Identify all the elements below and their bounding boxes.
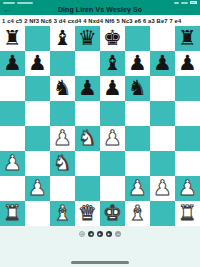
square-d7[interactable]: [75, 51, 100, 76]
white-pawn-piece: ♟: [3, 151, 22, 176]
black-knight-piece: ♞: [128, 76, 147, 101]
square-e7[interactable]: ♝: [100, 51, 125, 76]
playback-controls: ⏮◀▶▶⏭: [79, 231, 121, 237]
black-rook-piece: ♜: [178, 26, 197, 51]
square-c3[interactable]: ♞: [50, 151, 75, 176]
square-f8[interactable]: [125, 26, 150, 51]
black-pawn-piece: ♟: [3, 51, 22, 76]
battery-icon: [190, 1, 197, 4]
black-pawn-piece: ♟: [78, 76, 97, 101]
first-move-button[interactable]: ⏮: [79, 231, 85, 237]
square-b3[interactable]: [25, 151, 50, 176]
square-g5[interactable]: [150, 101, 175, 126]
square-g2[interactable]: ♟: [150, 176, 175, 201]
square-g1[interactable]: [150, 201, 175, 226]
square-e2[interactable]: [100, 176, 125, 201]
square-c4[interactable]: ♟: [50, 126, 75, 151]
white-pawn-piece: ♟: [153, 176, 172, 201]
square-d5[interactable]: [75, 101, 100, 126]
square-d8[interactable]: ♛: [75, 26, 100, 51]
status-left: [3, 2, 33, 4]
square-a2[interactable]: [0, 176, 25, 201]
chess-app-screen: ← Ding Liren Vs Wesley So 1 c4 c5 2 Nf3 …: [0, 0, 200, 267]
square-e3[interactable]: [100, 151, 125, 176]
square-b7[interactable]: ♟: [25, 51, 50, 76]
square-b6[interactable]: [25, 76, 50, 101]
battery-percent-text: [181, 2, 188, 4]
square-e4[interactable]: ♟: [100, 126, 125, 151]
square-b5[interactable]: [25, 101, 50, 126]
white-knight-piece: ♞: [53, 151, 72, 176]
square-c2[interactable]: [50, 176, 75, 201]
white-rook-piece: ♜: [178, 201, 197, 226]
home-indicator[interactable]: [71, 261, 129, 264]
black-pawn-piece: ♟: [178, 51, 197, 76]
page-title: Ding Liren Vs Wesley So: [0, 5, 200, 15]
square-g4[interactable]: [150, 126, 175, 151]
square-f3[interactable]: [125, 151, 150, 176]
square-a6[interactable]: [0, 76, 25, 101]
square-h5[interactable]: [175, 101, 200, 126]
square-c1[interactable]: ♝: [50, 201, 75, 226]
wifi-icon: [174, 2, 179, 4]
square-f7[interactable]: ♟: [125, 51, 150, 76]
square-e5[interactable]: [100, 101, 125, 126]
chess-board: ♜♝♛♚♜♟♟♝♟♟♟♞♟♟♞♟♞♟♟♞♟♟♟♟♜♝♛♚♝♜: [0, 26, 200, 226]
white-pawn-piece: ♟: [28, 176, 47, 201]
black-rook-piece: ♜: [3, 26, 22, 51]
previous-move-button[interactable]: ◀: [88, 231, 94, 237]
white-bishop-piece: ♝: [128, 201, 147, 226]
square-a4[interactable]: [0, 126, 25, 151]
square-f2[interactable]: ♟: [125, 176, 150, 201]
square-d4[interactable]: ♞: [75, 126, 100, 151]
square-a1[interactable]: ♜: [0, 201, 25, 226]
square-b1[interactable]: [25, 201, 50, 226]
square-h3[interactable]: [175, 151, 200, 176]
play-pause-button[interactable]: ▶: [97, 231, 103, 237]
next-move-button[interactable]: ▶: [106, 231, 112, 237]
square-b2[interactable]: ♟: [25, 176, 50, 201]
white-pawn-piece: ♟: [103, 126, 122, 151]
square-a3[interactable]: ♟: [0, 151, 25, 176]
white-pawn-piece: ♟: [178, 176, 197, 201]
black-king-piece: ♚: [103, 26, 122, 51]
black-queen-piece: ♛: [78, 26, 97, 51]
square-g7[interactable]: ♟: [150, 51, 175, 76]
square-h1[interactable]: ♜: [175, 201, 200, 226]
white-knight-piece: ♞: [78, 126, 97, 151]
black-bishop-piece: ♝: [53, 26, 72, 51]
square-d6[interactable]: ♟: [75, 76, 100, 101]
square-h6[interactable]: [175, 76, 200, 101]
square-h4[interactable]: [175, 126, 200, 151]
square-f5[interactable]: [125, 101, 150, 126]
white-bishop-piece: ♝: [53, 201, 72, 226]
black-bishop-piece: ♝: [103, 51, 122, 76]
square-a5[interactable]: [0, 101, 25, 126]
square-d2[interactable]: [75, 176, 100, 201]
black-pawn-piece: ♟: [103, 76, 122, 101]
square-d1[interactable]: ♛: [75, 201, 100, 226]
square-c5[interactable]: [50, 101, 75, 126]
white-rook-piece: ♜: [3, 201, 22, 226]
square-g3[interactable]: [150, 151, 175, 176]
square-f4[interactable]: [125, 126, 150, 151]
nav-bar: ← Ding Liren Vs Wesley So: [0, 5, 200, 15]
black-knight-piece: ♞: [53, 76, 72, 101]
square-b4[interactable]: [25, 126, 50, 151]
black-pawn-piece: ♟: [128, 51, 147, 76]
square-h8[interactable]: ♜: [175, 26, 200, 51]
square-h2[interactable]: ♟: [175, 176, 200, 201]
square-f6[interactable]: ♞: [125, 76, 150, 101]
square-g8[interactable]: [150, 26, 175, 51]
move-list-text: 1 c4 c5 2 Nf3 Nc6 3 d4 cxd4 4 Nxd4 Nf6 5…: [2, 18, 181, 24]
last-move-button[interactable]: ⏭: [115, 231, 121, 237]
square-f1[interactable]: ♝: [125, 201, 150, 226]
status-time-text: [3, 2, 15, 4]
square-a8[interactable]: ♜: [0, 26, 25, 51]
white-king-piece: ♚: [103, 201, 122, 226]
black-pawn-piece: ♟: [28, 51, 47, 76]
square-h7[interactable]: ♟: [175, 51, 200, 76]
status-date-text: [17, 2, 33, 4]
square-g6[interactable]: [150, 76, 175, 101]
move-list-bar[interactable]: 1 c4 c5 2 Nf3 Nc6 3 d4 cxd4 4 Nxd4 Nf6 5…: [0, 15, 200, 26]
square-e1[interactable]: ♚: [100, 201, 125, 226]
white-queen-piece: ♛: [78, 201, 97, 226]
square-d3[interactable]: [75, 151, 100, 176]
square-a7[interactable]: ♟: [0, 51, 25, 76]
white-pawn-piece: ♟: [53, 126, 72, 151]
square-c8[interactable]: ♝: [50, 26, 75, 51]
black-pawn-piece: ♟: [153, 51, 172, 76]
square-e6[interactable]: ♟: [100, 76, 125, 101]
square-c6[interactable]: ♞: [50, 76, 75, 101]
white-pawn-piece: ♟: [128, 176, 147, 201]
status-right: [174, 1, 197, 4]
square-e8[interactable]: ♚: [100, 26, 125, 51]
square-c7[interactable]: [50, 51, 75, 76]
bottom-pane: ⏮◀▶▶⏭: [0, 226, 200, 267]
square-b8[interactable]: [25, 26, 50, 51]
